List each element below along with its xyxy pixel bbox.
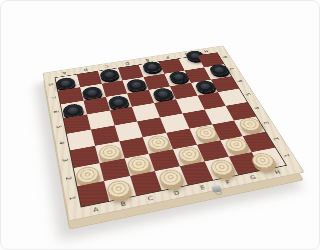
square-h3 <box>234 116 250 135</box>
square-e3 <box>166 129 196 149</box>
square-c1 <box>130 171 162 195</box>
rank-label-1: 1 <box>68 195 76 202</box>
square-a2 <box>74 163 104 187</box>
square-d2 <box>149 149 180 171</box>
square-b2 <box>99 158 130 181</box>
square-h2 <box>243 132 250 153</box>
board-scene: ABCDEFGH ABCDEFGH 12345678 12345678 <box>43 45 250 221</box>
square-e1 <box>180 162 213 185</box>
file-label-d: D <box>172 190 182 197</box>
file-label-a: A <box>91 206 100 213</box>
square-b4 <box>91 125 119 145</box>
white-checker-d3 <box>146 134 172 152</box>
white-checker-b1 <box>105 179 133 201</box>
square-f2 <box>197 140 229 161</box>
white-checker-h3 <box>237 116 250 133</box>
rank-label-8: 8 <box>47 82 54 87</box>
white-checker-f3 <box>193 125 219 142</box>
file-label-b: B <box>119 201 128 208</box>
white-checker-a2 <box>75 165 101 185</box>
rank-label-4: 4 <box>58 140 66 146</box>
square-c4 <box>114 121 143 141</box>
file-label-h: H <box>202 49 209 53</box>
file-label-c: C <box>146 195 155 202</box>
rank-label-2: 2 <box>64 175 72 182</box>
white-checker-h1 <box>249 152 250 171</box>
square-g3 <box>212 120 243 140</box>
square-e2 <box>173 145 205 167</box>
white-checker-c2 <box>126 155 153 175</box>
white-checker-f1 <box>208 158 237 178</box>
rank-label-6: 6 <box>237 79 245 84</box>
file-label-g: G <box>248 174 250 181</box>
square-a5 <box>64 115 91 134</box>
square-d4 <box>137 117 166 137</box>
square-f3 <box>189 124 220 144</box>
rank-label-8: 8 <box>222 55 229 59</box>
file-label-f: F <box>223 179 233 186</box>
square-f1 <box>204 157 237 180</box>
rank-label-7: 7 <box>229 67 236 71</box>
file-label-f: F <box>164 55 171 59</box>
file-label-a: A <box>61 71 68 75</box>
rank-label-5: 5 <box>55 124 62 130</box>
file-label-b: B <box>82 67 89 71</box>
square-g1 <box>228 152 250 175</box>
square-c3 <box>119 137 149 158</box>
square-h4 <box>226 102 250 120</box>
rank-label-7: 7 <box>49 96 56 101</box>
rank-label-3: 3 <box>61 157 69 163</box>
square-a4 <box>67 130 95 151</box>
white-checker-g2 <box>223 136 250 154</box>
black-checker-c8 <box>99 68 121 81</box>
rank-label-6: 6 <box>52 110 59 115</box>
square-g2 <box>220 136 250 157</box>
square-d1 <box>155 166 188 190</box>
rank-label-5: 5 <box>245 92 250 97</box>
file-label-e: E <box>198 185 208 192</box>
square-b1 <box>104 176 136 201</box>
file-label-c: C <box>103 64 110 68</box>
square-b3 <box>95 141 124 163</box>
square-a3 <box>70 146 99 168</box>
white-checker-d1 <box>157 168 185 189</box>
square-c2 <box>124 154 155 177</box>
white-checker-e2 <box>176 146 203 165</box>
square-d3 <box>143 133 173 154</box>
white-checker-b3 <box>97 143 122 162</box>
file-label-d: D <box>124 61 131 65</box>
